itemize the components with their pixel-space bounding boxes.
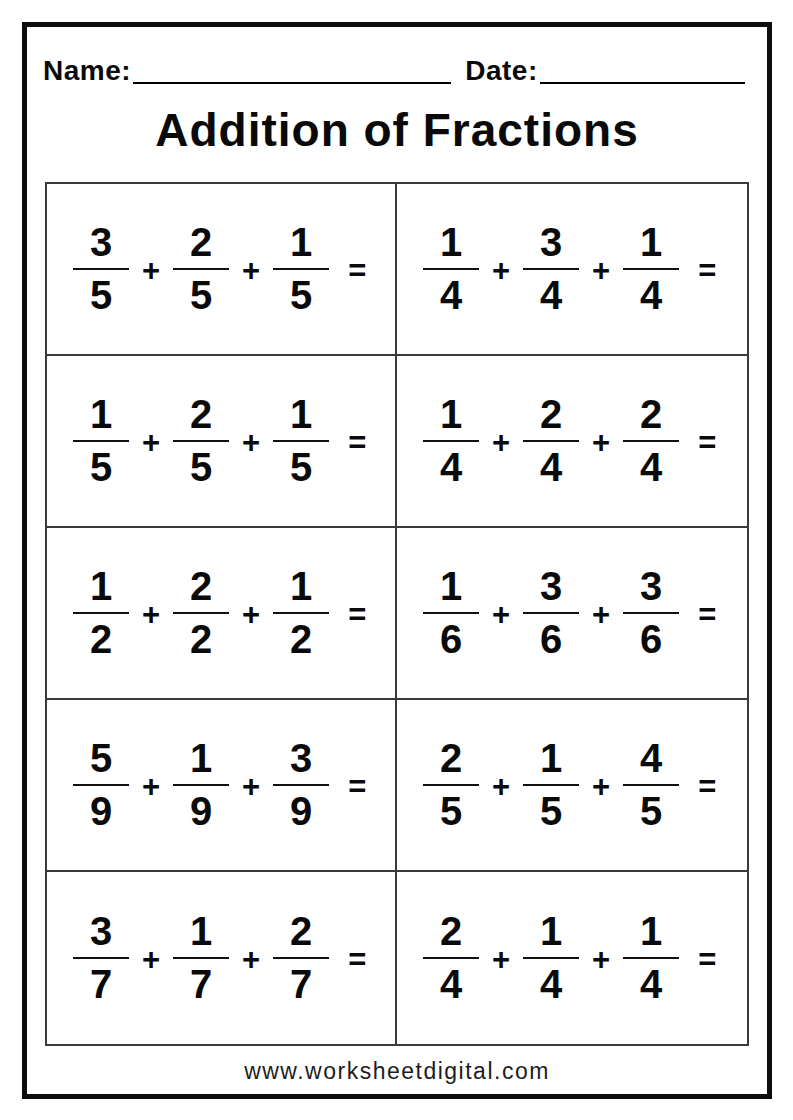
numerator: 1 <box>540 911 562 952</box>
denominator: 2 <box>290 619 312 660</box>
fraction: 15 <box>73 394 129 488</box>
fraction: 27 <box>273 911 329 1005</box>
fraction: 59 <box>73 738 129 832</box>
fraction: 45 <box>623 738 679 832</box>
plus-operator: + <box>242 253 260 289</box>
fraction-bar <box>423 957 479 959</box>
problem-cell: 24+14+14= <box>397 872 747 1044</box>
fraction: 25 <box>173 394 229 488</box>
fraction-bar <box>423 612 479 614</box>
denominator: 5 <box>190 447 212 488</box>
numerator: 1 <box>190 738 212 779</box>
fraction-bar <box>523 440 579 442</box>
numerator: 2 <box>290 911 312 952</box>
denominator: 4 <box>640 964 662 1005</box>
numerator: 3 <box>540 222 562 263</box>
fraction-bar <box>73 957 129 959</box>
denominator: 2 <box>190 619 212 660</box>
problem-cell: 59+19+39= <box>47 700 397 872</box>
problems-grid: 35+25+15=14+34+14=15+25+15=14+24+24=12+2… <box>45 182 749 1046</box>
plus-operator: + <box>492 597 510 633</box>
denominator: 6 <box>440 619 462 660</box>
numerator: 3 <box>90 911 112 952</box>
numerator: 1 <box>90 394 112 435</box>
denominator: 2 <box>90 619 112 660</box>
numerator: 1 <box>640 911 662 952</box>
denominator: 7 <box>190 964 212 1005</box>
equals-sign: = <box>348 942 366 978</box>
denominator: 5 <box>640 791 662 832</box>
fraction: 24 <box>623 394 679 488</box>
fraction: 15 <box>523 738 579 832</box>
equals-sign: = <box>698 769 716 805</box>
problem-cell: 12+22+12= <box>47 528 397 700</box>
numerator: 3 <box>540 566 562 607</box>
fraction-bar <box>623 268 679 270</box>
fraction: 12 <box>273 566 329 660</box>
fraction: 25 <box>423 738 479 832</box>
denominator: 7 <box>290 964 312 1005</box>
denominator: 4 <box>440 964 462 1005</box>
fraction: 25 <box>173 222 229 316</box>
fraction: 24 <box>423 911 479 1005</box>
fraction-bar <box>623 784 679 786</box>
fraction-bar <box>523 784 579 786</box>
denominator: 9 <box>190 791 212 832</box>
numerator: 1 <box>440 566 462 607</box>
fraction-bar <box>173 612 229 614</box>
fraction: 35 <box>73 222 129 316</box>
fraction: 36 <box>623 566 679 660</box>
fraction-bar <box>273 957 329 959</box>
denominator: 4 <box>540 964 562 1005</box>
fraction-bar <box>173 268 229 270</box>
fraction: 37 <box>73 911 129 1005</box>
fraction: 14 <box>623 222 679 316</box>
numerator: 1 <box>440 222 462 263</box>
problem-cell: 35+25+15= <box>47 184 397 356</box>
plus-operator: + <box>492 253 510 289</box>
fraction-bar <box>173 957 229 959</box>
denominator: 6 <box>540 619 562 660</box>
numerator: 1 <box>440 394 462 435</box>
plus-operator: + <box>592 253 610 289</box>
fraction-bar <box>173 440 229 442</box>
denominator: 5 <box>290 275 312 316</box>
numerator: 1 <box>640 222 662 263</box>
numerator: 1 <box>540 738 562 779</box>
fraction: 14 <box>523 911 579 1005</box>
denominator: 5 <box>190 275 212 316</box>
fraction-bar <box>73 440 129 442</box>
fraction: 34 <box>523 222 579 316</box>
fraction-bar <box>273 612 329 614</box>
fraction: 15 <box>273 394 329 488</box>
numerator: 2 <box>190 566 212 607</box>
denominator: 7 <box>90 964 112 1005</box>
date-blank-line <box>540 82 745 84</box>
denominator: 5 <box>440 791 462 832</box>
denominator: 9 <box>290 791 312 832</box>
fraction: 14 <box>423 222 479 316</box>
plus-operator: + <box>592 769 610 805</box>
fraction-bar <box>523 612 579 614</box>
name-date-row: Name: Date: <box>43 55 745 87</box>
fraction: 39 <box>273 738 329 832</box>
numerator: 2 <box>190 222 212 263</box>
fraction-bar <box>73 784 129 786</box>
fraction: 15 <box>273 222 329 316</box>
worksheet-page: Name: Date: Addition of Fractions 35+25+… <box>22 22 772 1099</box>
name-blank-line <box>133 82 451 84</box>
plus-operator: + <box>492 769 510 805</box>
fraction: 22 <box>173 566 229 660</box>
numerator: 2 <box>440 738 462 779</box>
plus-operator: + <box>592 425 610 461</box>
fraction-bar <box>523 957 579 959</box>
fraction-bar <box>73 268 129 270</box>
fraction-bar <box>273 784 329 786</box>
footer-url: www.worksheetdigital.com <box>27 1058 767 1085</box>
worksheet-title: Addition of Fractions <box>27 103 767 157</box>
fraction-bar <box>623 612 679 614</box>
fraction-bar <box>423 440 479 442</box>
numerator: 2 <box>190 394 212 435</box>
plus-operator: + <box>142 425 160 461</box>
numerator: 1 <box>290 566 312 607</box>
fraction-bar <box>623 440 679 442</box>
fraction: 16 <box>423 566 479 660</box>
date-label: Date: <box>465 55 538 87</box>
numerator: 3 <box>90 222 112 263</box>
plus-operator: + <box>142 942 160 978</box>
denominator: 4 <box>440 275 462 316</box>
fraction: 17 <box>173 911 229 1005</box>
numerator: 4 <box>640 738 662 779</box>
equals-sign: = <box>698 425 716 461</box>
problem-cell: 15+25+15= <box>47 356 397 528</box>
denominator: 4 <box>640 275 662 316</box>
equals-sign: = <box>348 597 366 633</box>
fraction: 19 <box>173 738 229 832</box>
fraction: 14 <box>623 911 679 1005</box>
plus-operator: + <box>592 942 610 978</box>
denominator: 5 <box>540 791 562 832</box>
fraction-bar <box>623 957 679 959</box>
numerator: 1 <box>290 222 312 263</box>
denominator: 4 <box>440 447 462 488</box>
numerator: 2 <box>640 394 662 435</box>
problem-cell: 16+36+36= <box>397 528 747 700</box>
fraction: 36 <box>523 566 579 660</box>
plus-operator: + <box>242 597 260 633</box>
numerator: 1 <box>190 911 212 952</box>
fraction-bar <box>423 784 479 786</box>
denominator: 5 <box>90 447 112 488</box>
plus-operator: + <box>492 942 510 978</box>
plus-operator: + <box>492 425 510 461</box>
plus-operator: + <box>242 425 260 461</box>
denominator: 4 <box>540 447 562 488</box>
fraction-bar <box>423 268 479 270</box>
equals-sign: = <box>698 942 716 978</box>
fraction-bar <box>73 612 129 614</box>
plus-operator: + <box>142 597 160 633</box>
equals-sign: = <box>348 253 366 289</box>
numerator: 2 <box>540 394 562 435</box>
numerator: 2 <box>440 911 462 952</box>
plus-operator: + <box>242 769 260 805</box>
plus-operator: + <box>142 769 160 805</box>
denominator: 6 <box>640 619 662 660</box>
problem-cell: 14+34+14= <box>397 184 747 356</box>
name-label: Name: <box>43 55 131 87</box>
plus-operator: + <box>592 597 610 633</box>
equals-sign: = <box>698 597 716 633</box>
denominator: 5 <box>90 275 112 316</box>
equals-sign: = <box>698 253 716 289</box>
fraction: 24 <box>523 394 579 488</box>
plus-operator: + <box>142 253 160 289</box>
fraction-bar <box>273 440 329 442</box>
denominator: 5 <box>290 447 312 488</box>
problem-cell: 25+15+45= <box>397 700 747 872</box>
problem-cell: 14+24+24= <box>397 356 747 528</box>
plus-operator: + <box>242 942 260 978</box>
numerator: 1 <box>290 394 312 435</box>
numerator: 3 <box>640 566 662 607</box>
numerator: 3 <box>290 738 312 779</box>
numerator: 1 <box>90 566 112 607</box>
fraction: 14 <box>423 394 479 488</box>
equals-sign: = <box>348 425 366 461</box>
denominator: 4 <box>640 447 662 488</box>
numerator: 5 <box>90 738 112 779</box>
fraction: 12 <box>73 566 129 660</box>
denominator: 9 <box>90 791 112 832</box>
fraction-bar <box>273 268 329 270</box>
equals-sign: = <box>348 769 366 805</box>
problem-cell: 37+17+27= <box>47 872 397 1044</box>
denominator: 4 <box>540 275 562 316</box>
fraction-bar <box>173 784 229 786</box>
fraction-bar <box>523 268 579 270</box>
